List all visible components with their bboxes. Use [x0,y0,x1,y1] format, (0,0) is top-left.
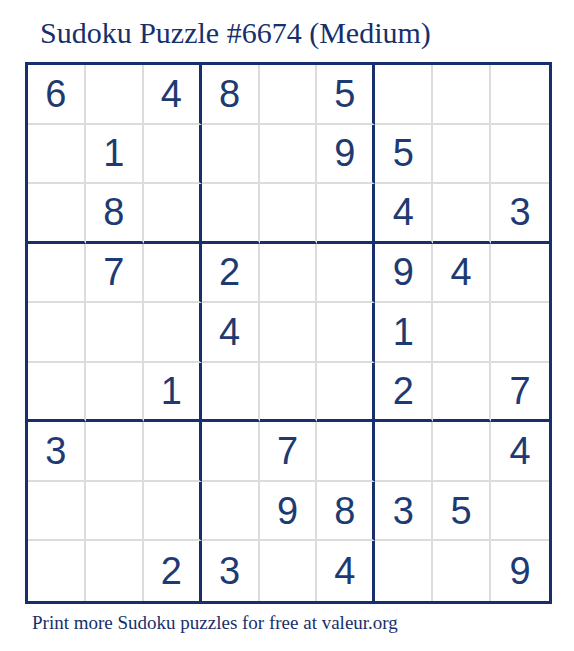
cell-r4c1 [28,244,86,304]
cell-r1c7 [375,65,433,125]
cell-r2c9 [491,125,549,185]
cell-r7c3 [144,422,202,482]
cell-r7c4 [202,422,260,482]
cell-r7c1: 3 [28,422,86,482]
cell-r4c8: 4 [433,244,491,304]
cell-r8c2 [86,482,144,542]
cell-r6c6 [317,363,375,423]
cell-r1c8 [433,65,491,125]
cell-r9c5 [260,541,318,601]
cell-r3c7: 4 [375,184,433,244]
cell-r5c6 [317,303,375,363]
cell-r4c6 [317,244,375,304]
cell-r9c6: 4 [317,541,375,601]
cell-r4c3 [144,244,202,304]
cell-r5c5 [260,303,318,363]
cell-r9c3: 2 [144,541,202,601]
cell-r4c2: 7 [86,244,144,304]
cell-r9c8 [433,541,491,601]
cell-r8c8: 5 [433,482,491,542]
cell-r8c7: 3 [375,482,433,542]
cell-r8c6: 8 [317,482,375,542]
cell-r1c3: 4 [144,65,202,125]
cell-r4c5 [260,244,318,304]
cell-r9c2 [86,541,144,601]
page-title: Sudoku Puzzle #6674 (Medium) [40,16,431,50]
cell-r2c3 [144,125,202,185]
sudoku-board: 648519584372944112737498352349 [25,62,552,604]
cell-r4c9 [491,244,549,304]
cell-r9c9: 9 [491,541,549,601]
cell-r3c3 [144,184,202,244]
cell-r2c6: 9 [317,125,375,185]
cell-r5c3 [144,303,202,363]
cell-r6c4 [202,363,260,423]
cell-r1c9 [491,65,549,125]
cell-r7c6 [317,422,375,482]
cell-r4c7: 9 [375,244,433,304]
cell-r8c9 [491,482,549,542]
cell-r3c8 [433,184,491,244]
cell-r5c7: 1 [375,303,433,363]
cell-r6c8 [433,363,491,423]
cell-r9c4: 3 [202,541,260,601]
cell-r5c9 [491,303,549,363]
cell-r7c5: 7 [260,422,318,482]
cell-r9c7 [375,541,433,601]
cell-r5c4: 4 [202,303,260,363]
cell-r1c1: 6 [28,65,86,125]
cell-r7c9: 4 [491,422,549,482]
cell-r6c9: 7 [491,363,549,423]
cell-r5c1 [28,303,86,363]
cell-r2c1 [28,125,86,185]
cell-r2c5 [260,125,318,185]
cell-r1c2 [86,65,144,125]
cell-r6c3: 1 [144,363,202,423]
cell-r6c7: 2 [375,363,433,423]
cell-r2c4 [202,125,260,185]
cell-r8c3 [144,482,202,542]
cell-r3c1 [28,184,86,244]
cell-r6c5 [260,363,318,423]
cell-r7c8 [433,422,491,482]
cell-r8c1 [28,482,86,542]
cell-r3c4 [202,184,260,244]
cell-r8c5: 9 [260,482,318,542]
cell-r3c5 [260,184,318,244]
cell-r6c1 [28,363,86,423]
cell-r2c8 [433,125,491,185]
cell-r2c2: 1 [86,125,144,185]
cell-r4c4: 2 [202,244,260,304]
cell-r1c6: 5 [317,65,375,125]
sudoku-page: Sudoku Puzzle #6674 (Medium) 64851958437… [0,0,574,651]
cell-r7c7 [375,422,433,482]
cell-r3c6 [317,184,375,244]
cell-r3c9: 3 [491,184,549,244]
cell-r2c7: 5 [375,125,433,185]
cell-r7c2 [86,422,144,482]
cell-r9c1 [28,541,86,601]
cell-r3c2: 8 [86,184,144,244]
cell-r1c5 [260,65,318,125]
cell-r5c8 [433,303,491,363]
cell-r8c4 [202,482,260,542]
cell-r1c4: 8 [202,65,260,125]
cell-r6c2 [86,363,144,423]
footer-text: Print more Sudoku puzzles for free at va… [32,612,398,634]
cell-r5c2 [86,303,144,363]
